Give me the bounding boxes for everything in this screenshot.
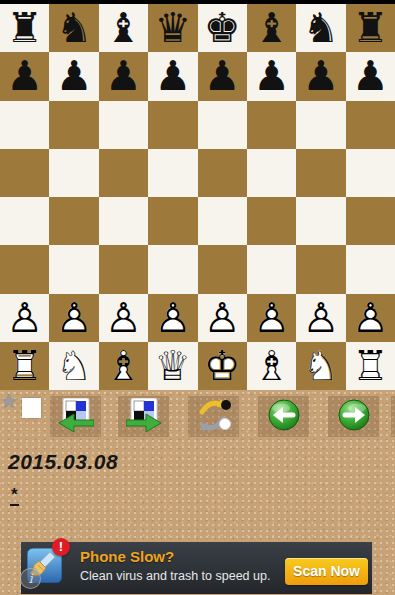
- black-pawn: ♟: [346, 52, 395, 100]
- square-a3[interactable]: [0, 245, 49, 293]
- white-pawn: ♟♙: [49, 294, 98, 342]
- square-c5[interactable]: [99, 149, 148, 197]
- square-h1[interactable]: ♜♖: [346, 342, 395, 390]
- square-e1[interactable]: ♚♔: [198, 342, 247, 390]
- square-g8[interactable]: ♞: [296, 4, 345, 52]
- game-result-link[interactable]: *: [10, 486, 19, 506]
- square-f4[interactable]: [247, 197, 296, 245]
- square-e4[interactable]: [198, 197, 247, 245]
- white-pawn: ♟♙: [0, 294, 49, 342]
- white-bishop: ♝♗: [99, 342, 148, 390]
- square-g4[interactable]: [296, 197, 345, 245]
- bookmark-star-icon[interactable]: ★: [0, 389, 18, 413]
- square-b8[interactable]: ♞: [49, 4, 98, 52]
- green-left-arrow-icon: [268, 399, 300, 435]
- square-a8[interactable]: ♜: [0, 4, 49, 52]
- ad-banner[interactable]: ! Phone Slow? Clean virus and trash to s…: [21, 542, 372, 594]
- scan-now-button[interactable]: Scan Now: [285, 558, 368, 585]
- black-bishop: ♝: [247, 4, 296, 52]
- square-c2[interactable]: ♟♙: [99, 294, 148, 342]
- square-a2[interactable]: ♟♙: [0, 294, 49, 342]
- square-b2[interactable]: ♟♙: [49, 294, 98, 342]
- white-rook: ♜♖: [346, 342, 395, 390]
- square-h8[interactable]: ♜: [346, 4, 395, 52]
- square-d2[interactable]: ♟♙: [148, 294, 197, 342]
- white-king: ♚♔: [198, 342, 247, 390]
- square-f5[interactable]: [247, 149, 296, 197]
- ad-headline: Phone Slow?: [80, 548, 174, 565]
- toolbar-overflow-button[interactable]: [391, 396, 395, 437]
- white-pawn: ♟♙: [296, 294, 345, 342]
- flip-colors-icon: [195, 397, 233, 437]
- square-b5[interactable]: [49, 149, 98, 197]
- square-b7[interactable]: ♟: [49, 52, 98, 100]
- black-pawn: ♟: [49, 52, 98, 100]
- square-g2[interactable]: ♟♙: [296, 294, 345, 342]
- square-h5[interactable]: [346, 149, 395, 197]
- game-date-label: 2015.03.08: [8, 450, 118, 474]
- white-queen: ♛♕: [148, 342, 197, 390]
- square-f1[interactable]: ♝♗: [247, 342, 296, 390]
- square-a4[interactable]: [0, 197, 49, 245]
- white-pawn: ♟♙: [148, 294, 197, 342]
- square-g1[interactable]: ♞♘: [296, 342, 345, 390]
- next-game-board-arrow-icon: [126, 398, 162, 436]
- square-d4[interactable]: [148, 197, 197, 245]
- square-g6[interactable]: [296, 101, 345, 149]
- square-e6[interactable]: [198, 101, 247, 149]
- chess-board: ♜♞♝♛♚♝♞♜♟♟♟♟♟♟♟♟♟♙♟♙♟♙♟♙♟♙♟♙♟♙♟♙♜♖♞♘♝♗♛♕…: [0, 4, 395, 390]
- square-b1[interactable]: ♞♘: [49, 342, 98, 390]
- square-f7[interactable]: ♟: [247, 52, 296, 100]
- previous-game-board-arrow-icon: [58, 398, 94, 436]
- square-c8[interactable]: ♝: [99, 4, 148, 52]
- white-pawn: ♟♙: [99, 294, 148, 342]
- previous-game-button[interactable]: [50, 396, 101, 437]
- black-pawn: ♟: [247, 52, 296, 100]
- square-a7[interactable]: ♟: [0, 52, 49, 100]
- black-pawn: ♟: [148, 52, 197, 100]
- square-a6[interactable]: [0, 101, 49, 149]
- black-queen: ♛: [148, 4, 197, 52]
- white-knight: ♞♘: [296, 342, 345, 390]
- square-d1[interactable]: ♛♕: [148, 342, 197, 390]
- square-a1[interactable]: ♜♖: [0, 342, 49, 390]
- square-b6[interactable]: [49, 101, 98, 149]
- square-h3[interactable]: [346, 245, 395, 293]
- square-d5[interactable]: [148, 149, 197, 197]
- toolbar: ★: [0, 390, 395, 440]
- square-f2[interactable]: ♟♙: [247, 294, 296, 342]
- step-back-button[interactable]: [258, 396, 309, 437]
- white-pawn: ♟♙: [346, 294, 395, 342]
- square-c6[interactable]: [99, 101, 148, 149]
- square-g3[interactable]: [296, 245, 345, 293]
- square-e3[interactable]: [198, 245, 247, 293]
- square-e5[interactable]: [198, 149, 247, 197]
- step-forward-button[interactable]: [328, 396, 379, 437]
- white-pawn: ♟♙: [247, 294, 296, 342]
- ad-body-text: Clean virus and trash to speed up.: [80, 569, 270, 583]
- square-c7[interactable]: ♟: [99, 52, 148, 100]
- black-pawn: ♟: [0, 52, 49, 100]
- ad-info-icon[interactable]: i: [20, 568, 41, 589]
- next-game-button[interactable]: [118, 396, 169, 437]
- black-king: ♚: [198, 4, 247, 52]
- black-rook: ♜: [346, 4, 395, 52]
- square-e2[interactable]: ♟♙: [198, 294, 247, 342]
- square-d3[interactable]: [148, 245, 197, 293]
- square-f3[interactable]: [247, 245, 296, 293]
- square-g5[interactable]: [296, 149, 345, 197]
- white-knight: ♞♘: [49, 342, 98, 390]
- alert-badge-icon: !: [52, 538, 70, 556]
- square-d8[interactable]: ♛: [148, 4, 197, 52]
- square-b4[interactable]: [49, 197, 98, 245]
- square-e8[interactable]: ♚: [198, 4, 247, 52]
- square-a5[interactable]: [0, 149, 49, 197]
- square-b3[interactable]: [49, 245, 98, 293]
- square-f8[interactable]: ♝: [247, 4, 296, 52]
- black-pawn: ♟: [99, 52, 148, 100]
- square-f6[interactable]: [247, 101, 296, 149]
- flip-board-button[interactable]: [188, 396, 239, 437]
- chess-app-screen: ♜♞♝♛♚♝♞♜♟♟♟♟♟♟♟♟♟♙♟♙♟♙♟♙♟♙♟♙♟♙♟♙♜♖♞♘♝♗♛♕…: [0, 0, 395, 595]
- square-h2[interactable]: ♟♙: [346, 294, 395, 342]
- square-e7[interactable]: ♟: [198, 52, 247, 100]
- black-knight: ♞: [49, 4, 98, 52]
- white-rook: ♜♖: [0, 342, 49, 390]
- square-h6[interactable]: [346, 101, 395, 149]
- black-pawn: ♟: [198, 52, 247, 100]
- square-d6[interactable]: [148, 101, 197, 149]
- square-c1[interactable]: ♝♗: [99, 342, 148, 390]
- square-g7[interactable]: ♟: [296, 52, 345, 100]
- black-rook: ♜: [0, 4, 49, 52]
- green-right-arrow-icon: [338, 399, 370, 435]
- square-c4[interactable]: [99, 197, 148, 245]
- select-checkbox[interactable]: [22, 398, 41, 418]
- black-bishop: ♝: [99, 4, 148, 52]
- black-knight: ♞: [296, 4, 345, 52]
- square-d7[interactable]: ♟: [148, 52, 197, 100]
- black-pawn: ♟: [296, 52, 345, 100]
- white-bishop: ♝♗: [247, 342, 296, 390]
- white-pawn: ♟♙: [198, 294, 247, 342]
- square-h4[interactable]: [346, 197, 395, 245]
- square-h7[interactable]: ♟: [346, 52, 395, 100]
- square-c3[interactable]: [99, 245, 148, 293]
